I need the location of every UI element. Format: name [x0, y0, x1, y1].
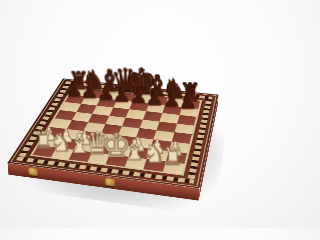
- photo-scene: ♜♞♝♛♚♝♞♜♟♟♟♟♟♟♟♟♟♟♟♟♟♟♟♟♜♞♝♛♚♝♞♜: [0, 0, 228, 228]
- chessboard: ♜♞♝♛♚♝♞♜♟♟♟♟♟♟♟♟♟♟♟♟♟♟♟♟♜♞♝♛♚♝♞♜: [7, 78, 218, 188]
- brass-clasp-center: [105, 178, 115, 187]
- white-rook[interactable]: ♜: [162, 146, 183, 169]
- brass-clasp-left: [28, 168, 38, 177]
